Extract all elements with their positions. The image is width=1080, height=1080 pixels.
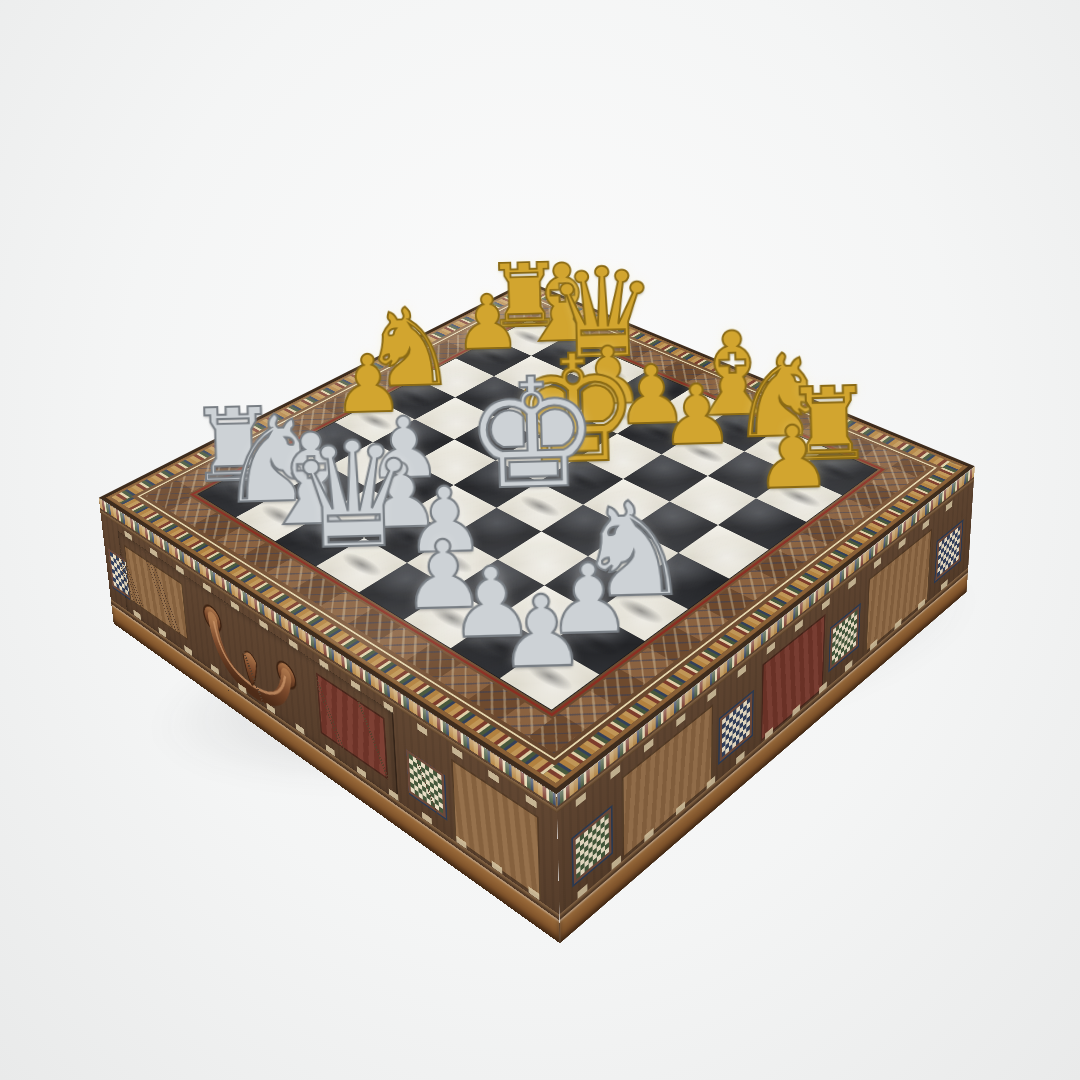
scene: ♜♞♝♛♟♟♟♟♟♟♟♞♚♜♝♛♝♞♜♟♟♟♟♟♞♟♚ xyxy=(0,0,1080,1080)
white-pawn-glyph: ♟ xyxy=(435,579,649,683)
photo-background: { "game": "chess", "scene_type": "produc… xyxy=(0,0,1080,1080)
